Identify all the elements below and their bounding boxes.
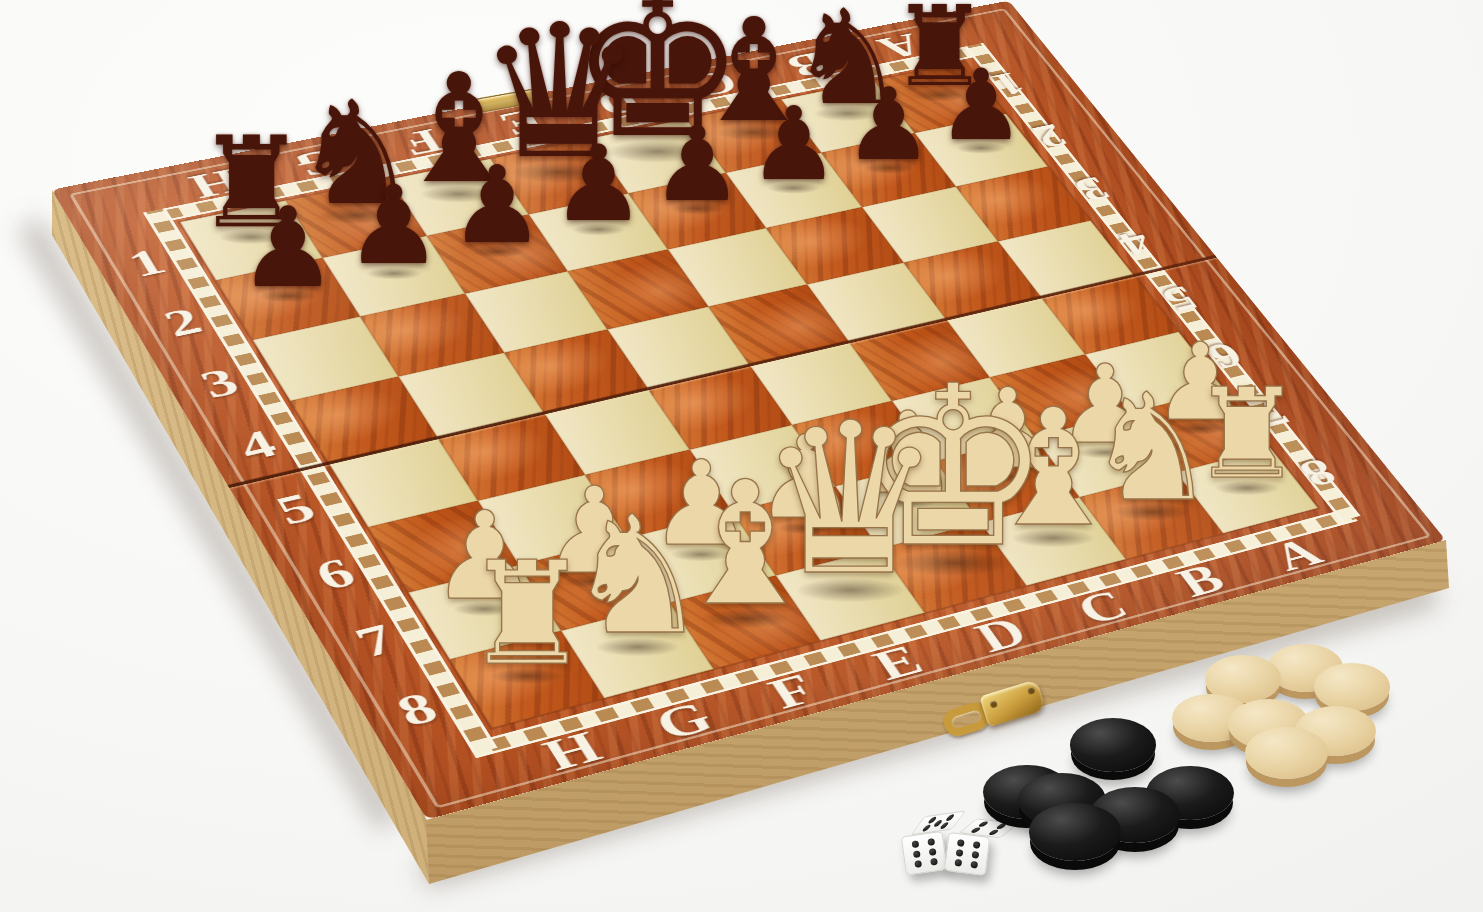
black-checker-disc-1[interactable] bbox=[1070, 718, 1156, 771]
die-1-front-face bbox=[901, 831, 948, 875]
die-2-front-face bbox=[944, 832, 990, 876]
piece-dark-pawn-f2[interactable]: ♟ bbox=[444, 152, 551, 259]
wood-checker-disc-7[interactable] bbox=[1245, 727, 1328, 778]
piece-dark-pawn-a2[interactable]: ♟ bbox=[932, 57, 1030, 155]
piece-dark-pawn-g2[interactable]: ♟ bbox=[339, 172, 448, 281]
piece-dark-pawn-e2[interactable]: ♟ bbox=[546, 132, 651, 237]
die-2[interactable] bbox=[944, 815, 1002, 877]
piece-dark-pawn-b2[interactable]: ♟ bbox=[839, 75, 939, 175]
black-checker-disc-6[interactable] bbox=[1029, 803, 1121, 860]
piece-light-rook-h8[interactable]: ♜ bbox=[456, 543, 598, 685]
wood-checker-disc-3[interactable] bbox=[1314, 663, 1390, 710]
piece-dark-pawn-h2[interactable]: ♟ bbox=[233, 193, 344, 304]
piece-dark-pawn-c2[interactable]: ♟ bbox=[743, 94, 844, 195]
chess-set-product-photo: 11HH22GG33FF44EE55DD66CC77BB88AA ♜♞♝♚♛♝♞… bbox=[0, 0, 1483, 912]
piece-dark-pawn-d2[interactable]: ♟ bbox=[646, 113, 749, 216]
